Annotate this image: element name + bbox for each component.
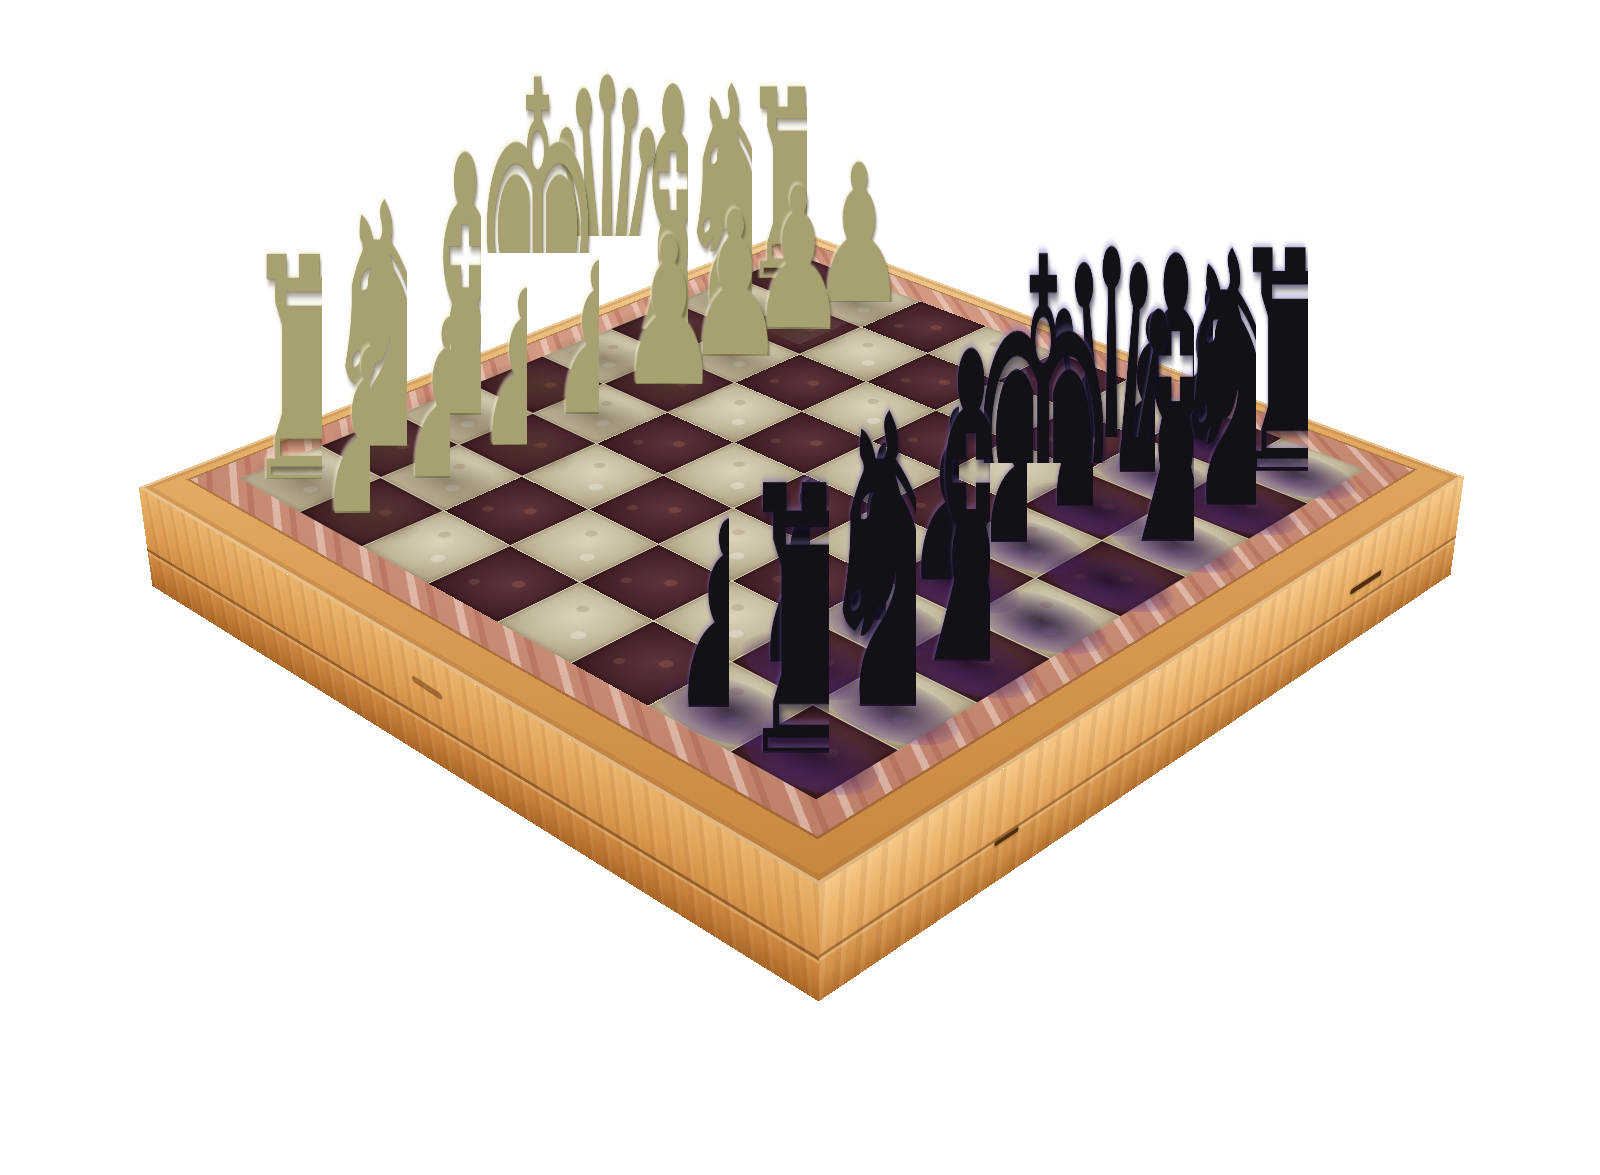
scene-3d: ♜♟♟♜♞♟♟♞♝♟♟♝♛♟♟♛♚♟♟♚♝♟♟♝♞♟♟♞♜♟♟♜ bbox=[0, 0, 1600, 1175]
hinge-slot bbox=[994, 827, 1018, 847]
latch-slot bbox=[1350, 570, 1381, 595]
square-h8[interactable]: ♜ bbox=[731, 705, 898, 799]
black-rook-glyph: ♜ bbox=[655, 476, 974, 778]
product-photo: ♜♟♟♜♞♟♟♞♝♟♟♝♛♟♟♛♚♟♟♚♝♟♟♝♞♟♟♞♜♟♟♜ bbox=[0, 0, 1600, 1175]
white-pawn-glyph: ♟ bbox=[240, 344, 503, 527]
wood-knot bbox=[412, 675, 442, 702]
square-h2[interactable]: ♟ bbox=[300, 478, 443, 546]
marble-board-frame: ♜♟♟♜♞♟♟♞♝♟♟♝♛♟♟♛♚♟♟♚♝♟♟♝♞♟♟♞♜♟♟♜ bbox=[190, 239, 1413, 837]
